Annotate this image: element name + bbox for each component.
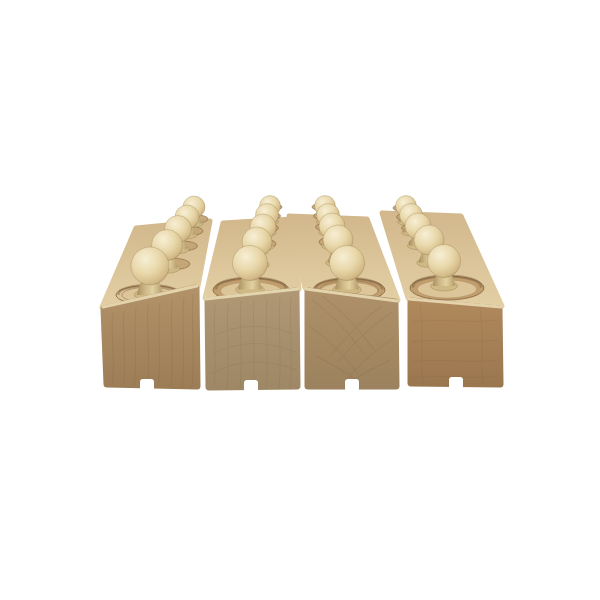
knob xyxy=(233,246,268,295)
knob-sphere xyxy=(233,246,268,281)
bottom-notch xyxy=(244,380,258,392)
cylinder-blocks-scene xyxy=(0,0,600,600)
knob xyxy=(428,245,461,292)
bottom-notch xyxy=(140,379,154,391)
knob-sphere xyxy=(131,247,169,285)
block-front-face xyxy=(411,301,500,384)
block-front-face xyxy=(208,291,297,387)
knob-sphere xyxy=(428,245,461,278)
cylinder-block-4 xyxy=(382,196,502,390)
knob-sphere xyxy=(330,246,365,281)
product-photo xyxy=(0,0,600,600)
knob xyxy=(330,246,365,295)
bottom-notch xyxy=(449,377,463,389)
cylinder-block-3 xyxy=(289,196,398,392)
bottom-notch xyxy=(345,379,359,391)
cylinder-block-1 xyxy=(102,196,210,391)
cylinder-block-2 xyxy=(205,196,299,393)
